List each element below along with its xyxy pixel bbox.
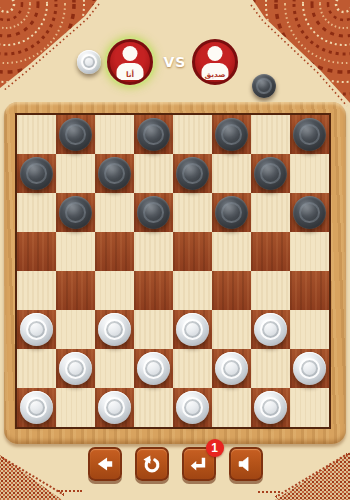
person-icon [123,46,138,61]
white-checker[interactable] [176,313,209,346]
square-g6[interactable] [251,193,290,232]
dotted-border-line [258,491,280,493]
back-button[interactable] [88,447,122,481]
black-checker[interactable] [215,196,248,229]
square-c4[interactable] [95,271,134,310]
square-h6[interactable] [290,193,329,232]
square-g4[interactable] [251,271,290,310]
square-h7[interactable] [290,154,329,193]
square-g8[interactable] [251,115,290,154]
square-d5[interactable] [134,232,173,271]
square-h1[interactable] [290,388,329,427]
white-checker[interactable] [20,391,53,424]
square-h3[interactable] [290,310,329,349]
black-checker[interactable] [59,196,92,229]
square-b8[interactable] [56,115,95,154]
square-e2[interactable] [173,349,212,388]
white-checker[interactable] [254,391,287,424]
black-checker[interactable] [254,157,287,190]
square-g5[interactable] [251,232,290,271]
square-a5[interactable] [17,232,56,271]
black-checker[interactable] [137,118,170,151]
white-checker[interactable] [293,352,326,385]
black-checker[interactable] [293,118,326,151]
white-checker[interactable] [98,313,131,346]
mandala-ornament-top-left [0,0,100,95]
square-d1[interactable] [134,388,173,427]
back-arrow-icon [94,453,116,475]
exit-icon [188,453,210,475]
square-f1[interactable] [212,388,251,427]
square-c6[interactable] [95,193,134,232]
square-a1[interactable] [17,388,56,427]
square-a2[interactable] [17,349,56,388]
square-b3[interactable] [56,310,95,349]
square-d4[interactable] [134,271,173,310]
square-e1[interactable] [173,388,212,427]
notification-badge: 1 [206,439,224,457]
square-f8[interactable] [212,115,251,154]
player-avatar-me: أنا [107,39,153,85]
restart-icon [141,453,163,475]
vs-label: VS [164,54,187,70]
player-name-friend: صديق [195,71,235,79]
square-e3[interactable] [173,310,212,349]
square-b1[interactable] [56,388,95,427]
white-checker[interactable] [176,391,209,424]
white-checker[interactable] [59,352,92,385]
speaker-icon [235,453,257,475]
square-c3[interactable] [95,310,134,349]
square-h2[interactable] [290,349,329,388]
square-g7[interactable] [251,154,290,193]
square-b2[interactable] [56,349,95,388]
square-d3[interactable] [134,310,173,349]
white-checker[interactable] [137,352,170,385]
square-e5[interactable] [173,232,212,271]
square-a3[interactable] [17,310,56,349]
black-checker[interactable] [176,157,209,190]
black-side-indicator-piece [252,74,276,98]
square-c8[interactable] [95,115,134,154]
square-e6[interactable] [173,193,212,232]
square-e8[interactable] [173,115,212,154]
board-grid [15,113,331,429]
black-checker[interactable] [293,196,326,229]
square-d2[interactable] [134,349,173,388]
person-icon [208,46,223,61]
square-f3[interactable] [212,310,251,349]
square-f5[interactable] [212,232,251,271]
black-checker[interactable] [20,157,53,190]
square-b4[interactable] [56,271,95,310]
square-c2[interactable] [95,349,134,388]
square-d6[interactable] [134,193,173,232]
square-f6[interactable] [212,193,251,232]
exit-button[interactable]: 1 [182,447,216,481]
white-checker[interactable] [98,391,131,424]
square-a6[interactable] [17,193,56,232]
square-e7[interactable] [173,154,212,193]
dotted-border-line [58,490,82,492]
square-f7[interactable] [212,154,251,193]
square-g1[interactable] [251,388,290,427]
black-checker[interactable] [98,157,131,190]
square-h8[interactable] [290,115,329,154]
black-checker[interactable] [59,118,92,151]
white-checker[interactable] [254,313,287,346]
square-b6[interactable] [56,193,95,232]
white-checker[interactable] [215,352,248,385]
square-h5[interactable] [290,232,329,271]
white-checker[interactable] [20,313,53,346]
square-a8[interactable] [17,115,56,154]
square-b7[interactable] [56,154,95,193]
square-e4[interactable] [173,271,212,310]
square-h4[interactable] [290,271,329,310]
toolbar: 1 [0,447,350,481]
square-d7[interactable] [134,154,173,193]
black-checker[interactable] [137,196,170,229]
square-b5[interactable] [56,232,95,271]
black-checker[interactable] [215,118,248,151]
square-c5[interactable] [95,232,134,271]
white-side-indicator-piece [77,50,101,74]
square-a7[interactable] [17,154,56,193]
square-g3[interactable] [251,310,290,349]
square-c1[interactable] [95,388,134,427]
game-screen: أنا VS صديق 1 [0,0,350,500]
restart-button[interactable] [135,447,169,481]
sound-button[interactable] [229,447,263,481]
square-g2[interactable] [251,349,290,388]
square-f4[interactable] [212,271,251,310]
checkers-board [4,102,346,444]
player-avatar-friend: صديق [192,39,238,85]
square-c7[interactable] [95,154,134,193]
square-d8[interactable] [134,115,173,154]
square-a4[interactable] [17,271,56,310]
square-f2[interactable] [212,349,251,388]
player-name-me: أنا [110,71,150,79]
